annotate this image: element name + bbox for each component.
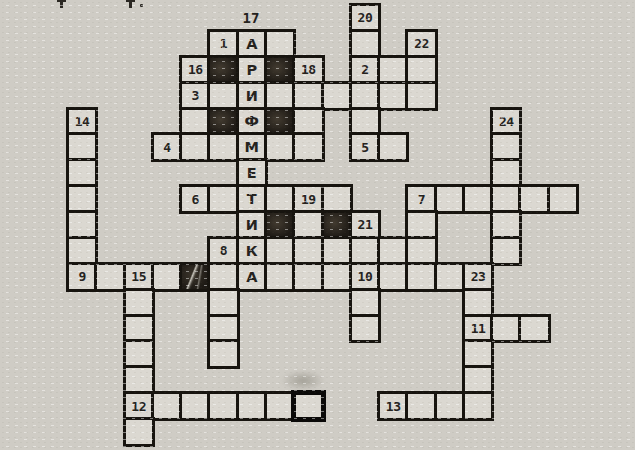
cell-c5-r10[interactable] xyxy=(209,264,237,290)
cell-c10-r1[interactable] xyxy=(351,31,379,57)
cell-c7-r4-shaded xyxy=(266,109,294,135)
cell-c0-r8[interactable] xyxy=(68,212,96,238)
cell-c12-r2[interactable] xyxy=(407,57,435,83)
cell-c13-r7[interactable] xyxy=(436,186,464,212)
cell-c11-r3[interactable] xyxy=(379,83,407,109)
cell-c12-r7-number[interactable]: 7 xyxy=(407,186,435,212)
cell-c5-r13[interactable] xyxy=(209,341,237,367)
cell-c8-r7-number[interactable]: 19 xyxy=(294,186,322,212)
cell-c12-r15[interactable] xyxy=(407,393,435,419)
cell-c5-r11[interactable] xyxy=(209,290,237,316)
cell-c8-r8[interactable] xyxy=(294,212,322,238)
cell-c8-r10[interactable] xyxy=(294,264,322,290)
cell-c0-r10-number[interactable]: 9 xyxy=(68,264,96,290)
cell-c2-r13[interactable] xyxy=(125,341,153,367)
cell-c9-r10[interactable] xyxy=(323,264,351,290)
cell-c5-r4-shaded xyxy=(209,109,237,135)
cell-c7-r10[interactable] xyxy=(266,264,294,290)
cell-c4-r5[interactable] xyxy=(181,134,209,160)
cell-c14-r15[interactable] xyxy=(464,393,492,419)
cell-c17-r7[interactable] xyxy=(549,186,577,212)
cell-c10-r12[interactable] xyxy=(351,316,379,342)
cell-c5-r1-number[interactable]: 1 xyxy=(209,31,237,57)
cell-c4-r2-number[interactable]: 16 xyxy=(181,57,209,83)
cell-c8-r2-number[interactable]: 18 xyxy=(294,57,322,83)
cell-c10-r10-number[interactable]: 10 xyxy=(351,264,379,290)
cell-c2-r15-number[interactable]: 12 xyxy=(125,393,153,419)
cell-c12-r1-number[interactable]: 22 xyxy=(407,31,435,57)
cell-c3-r15[interactable] xyxy=(153,393,181,419)
scanned-crossword-page: { "game": { "type": "crossword", "langua… xyxy=(0,0,635,450)
cell-c4-r3-number[interactable]: 3 xyxy=(181,83,209,109)
cell-c9-r7[interactable] xyxy=(323,186,351,212)
cell-c2-r10-number[interactable]: 15 xyxy=(125,264,153,290)
cell-c6-r1-letter[interactable]: А xyxy=(238,31,266,57)
cell-c8-r15[interactable] xyxy=(294,393,322,419)
cell-c8-r3[interactable] xyxy=(294,83,322,109)
cell-c6-r8-letter[interactable]: И xyxy=(238,212,266,238)
cell-c7-r5[interactable] xyxy=(266,134,294,160)
cell-c6-r5-letter[interactable]: М xyxy=(238,134,266,160)
cell-c15-r6[interactable] xyxy=(492,160,520,186)
cell-c7-r7[interactable] xyxy=(266,186,294,212)
cell-c6-r10-letter[interactable]: А xyxy=(238,264,266,290)
cell-c6-r6-letter[interactable]: Е xyxy=(238,160,266,186)
cell-c0-r6[interactable] xyxy=(68,160,96,186)
cell-c0-r7[interactable] xyxy=(68,186,96,212)
cell-c5-r2-shaded xyxy=(209,57,237,83)
cell-c5-r9-number[interactable]: 8 xyxy=(209,238,237,264)
cell-c0-r5[interactable] xyxy=(68,134,96,160)
cell-c14-r11[interactable] xyxy=(464,290,492,316)
cell-c12-r8[interactable] xyxy=(407,212,435,238)
cell-c16-r12[interactable] xyxy=(520,316,548,342)
cell-c0-r4-number[interactable]: 14 xyxy=(68,109,96,135)
cell-c10-r4[interactable] xyxy=(351,109,379,135)
cell-c14-r12-number[interactable]: 11 xyxy=(464,316,492,342)
cell-c2-r16[interactable] xyxy=(125,419,153,445)
cell-c4-r4[interactable] xyxy=(181,109,209,135)
cell-c10-r11[interactable] xyxy=(351,290,379,316)
cell-c14-r10-number[interactable]: 23 xyxy=(464,264,492,290)
cell-c15-r7[interactable] xyxy=(492,186,520,212)
cell-c9-r9[interactable] xyxy=(323,238,351,264)
cell-c4-r15[interactable] xyxy=(181,393,209,419)
cell-c2-r14[interactable] xyxy=(125,367,153,393)
cell-c6-r15[interactable] xyxy=(238,393,266,419)
cell-c15-r8[interactable] xyxy=(492,212,520,238)
cell-c9-r3[interactable] xyxy=(323,83,351,109)
cell-c3-r5-number[interactable]: 4 xyxy=(153,134,181,160)
cell-c11-r15-number[interactable]: 13 xyxy=(379,393,407,419)
cell-c10-r9[interactable] xyxy=(351,238,379,264)
cell-c6-r3-letter[interactable]: И xyxy=(238,83,266,109)
cell-c6-r2-letter[interactable]: Р xyxy=(238,57,266,83)
cell-c7-r9[interactable] xyxy=(266,238,294,264)
cell-c14-r13[interactable] xyxy=(464,341,492,367)
cell-c10-r0-number[interactable]: 20 xyxy=(351,5,379,31)
cell-c2-r12[interactable] xyxy=(125,316,153,342)
cell-c12-r3[interactable] xyxy=(407,83,435,109)
cropped-print-fragment xyxy=(57,0,66,8)
cell-c10-r8-number[interactable]: 21 xyxy=(351,212,379,238)
cell-c7-r3[interactable] xyxy=(266,83,294,109)
cell-c11-r9[interactable] xyxy=(379,238,407,264)
cell-c2-r11[interactable] xyxy=(125,290,153,316)
cell-c1-r10[interactable] xyxy=(96,264,124,290)
cell-c14-r7[interactable] xyxy=(464,186,492,212)
cell-c15-r12[interactable] xyxy=(492,316,520,342)
cell-c5-r12[interactable] xyxy=(209,316,237,342)
cell-c12-r10[interactable] xyxy=(407,264,435,290)
cell-c6-r7-letter[interactable]: Т xyxy=(238,186,266,212)
cell-c15-r9[interactable] xyxy=(492,238,520,264)
cell-c4-r7-number[interactable]: 6 xyxy=(181,186,209,212)
cell-c8-r4[interactable] xyxy=(294,109,322,135)
cell-c15-r5[interactable] xyxy=(492,134,520,160)
cell-c7-r8-shaded xyxy=(266,212,294,238)
cell-c10-r5-number[interactable]: 5 xyxy=(351,134,379,160)
cell-c3-r10[interactable] xyxy=(153,264,181,290)
cell-c5-r7[interactable] xyxy=(209,186,237,212)
cell-c0-r9[interactable] xyxy=(68,238,96,264)
cell-c6-r4-letter[interactable]: Ф xyxy=(238,109,266,135)
cell-c10-r3[interactable] xyxy=(351,83,379,109)
cell-c8-r5[interactable] xyxy=(294,134,322,160)
cell-c6-r9-letter[interactable]: К xyxy=(238,238,266,264)
cell-c8-r9[interactable] xyxy=(294,238,322,264)
cell-c10-r2-number[interactable]: 2 xyxy=(351,57,379,83)
cell-c16-r7[interactable] xyxy=(520,186,548,212)
cropped-print-fragment xyxy=(140,4,143,7)
cell-c5-r5[interactable] xyxy=(209,134,237,160)
cell-c4-r10-shaded xyxy=(181,264,209,290)
cell-c12-r9[interactable] xyxy=(407,238,435,264)
cell-c5-r3[interactable] xyxy=(209,83,237,109)
cell-c7-r15[interactable] xyxy=(266,393,294,419)
cell-c7-r1[interactable] xyxy=(266,31,294,57)
cell-c11-r2[interactable] xyxy=(379,57,407,83)
cell-c9-r8-shaded xyxy=(323,212,351,238)
smudge-mark xyxy=(281,370,325,391)
cell-c11-r5[interactable] xyxy=(379,134,407,160)
cropped-print-fragment xyxy=(126,0,135,8)
cell-c13-r10[interactable] xyxy=(436,264,464,290)
cell-c11-r10[interactable] xyxy=(379,264,407,290)
cell-c14-r14[interactable] xyxy=(464,367,492,393)
cell-c5-r15[interactable] xyxy=(209,393,237,419)
cell-c13-r15[interactable] xyxy=(436,393,464,419)
cell-c7-r2-shaded xyxy=(266,57,294,83)
cell-c15-r4-number[interactable]: 24 xyxy=(492,109,520,135)
